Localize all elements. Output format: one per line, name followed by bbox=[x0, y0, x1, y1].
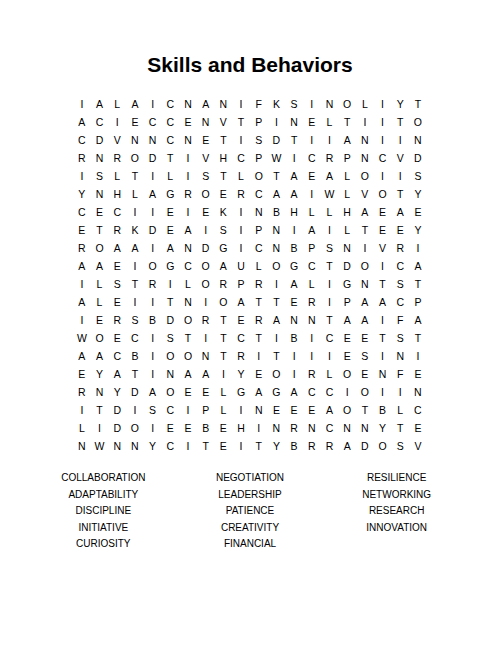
grid-cell-r20c18[interactable]: O bbox=[374, 437, 392, 455]
grid-cell-r11c4[interactable]: T bbox=[126, 275, 144, 293]
grid-cell-r7c7[interactable]: I bbox=[179, 203, 197, 221]
grid-cell-r7c11[interactable]: N bbox=[250, 203, 268, 221]
grid-cell-r14c12[interactable]: I bbox=[268, 329, 286, 347]
grid-cell-r16c3[interactable]: A bbox=[108, 365, 126, 383]
grid-cell-r7c14[interactable]: L bbox=[303, 203, 321, 221]
grid-cell-r11c14[interactable]: L bbox=[303, 275, 321, 293]
grid-cell-r6c15[interactable]: W bbox=[321, 185, 339, 203]
grid-cell-r8c12[interactable]: N bbox=[268, 221, 286, 239]
grid-cell-r17c19[interactable]: I bbox=[391, 383, 409, 401]
grid-cell-r15c5[interactable]: I bbox=[144, 347, 162, 365]
grid-cell-r20c19[interactable]: S bbox=[391, 437, 409, 455]
grid-cell-r19c13[interactable]: R bbox=[285, 419, 303, 437]
grid-cell-r20c15[interactable]: R bbox=[321, 437, 339, 455]
grid-cell-r6c20[interactable]: Y bbox=[409, 185, 427, 203]
grid-cell-r18c11[interactable]: N bbox=[250, 401, 268, 419]
grid-cell-r16c17[interactable]: E bbox=[356, 365, 374, 383]
grid-cell-r12c6[interactable]: T bbox=[161, 293, 179, 311]
grid-cell-r1c13[interactable]: S bbox=[285, 95, 303, 113]
grid-cell-r9c10[interactable]: I bbox=[232, 239, 250, 257]
grid-cell-r7c2[interactable]: E bbox=[91, 203, 109, 221]
grid-cell-r14c15[interactable]: C bbox=[321, 329, 339, 347]
grid-cell-r20c4[interactable]: N bbox=[126, 437, 144, 455]
grid-cell-r13c5[interactable]: B bbox=[144, 311, 162, 329]
grid-cell-r10c1[interactable]: A bbox=[73, 257, 91, 275]
grid-cell-r9c5[interactable]: I bbox=[144, 239, 162, 257]
grid-cell-r2c12[interactable]: I bbox=[268, 113, 286, 131]
grid-cell-r7c13[interactable]: H bbox=[285, 203, 303, 221]
grid-cell-r14c16[interactable]: E bbox=[338, 329, 356, 347]
grid-cell-r20c11[interactable]: T bbox=[250, 437, 268, 455]
grid-cell-r10c17[interactable]: O bbox=[356, 257, 374, 275]
grid-cell-r17c1[interactable]: R bbox=[73, 383, 91, 401]
grid-cell-r20c5[interactable]: Y bbox=[144, 437, 162, 455]
grid-cell-r6c11[interactable]: C bbox=[250, 185, 268, 203]
grid-cell-r18c9[interactable]: L bbox=[215, 401, 233, 419]
grid-cell-r6c14[interactable]: I bbox=[303, 185, 321, 203]
grid-cell-r16c15[interactable]: L bbox=[321, 365, 339, 383]
grid-cell-r15c9[interactable]: T bbox=[215, 347, 233, 365]
grid-cell-r12c17[interactable]: A bbox=[356, 293, 374, 311]
grid-cell-r2c5[interactable]: C bbox=[144, 113, 162, 131]
grid-cell-r2c9[interactable]: V bbox=[215, 113, 233, 131]
grid-cell-r8c13[interactable]: I bbox=[285, 221, 303, 239]
grid-cell-r13c6[interactable]: D bbox=[161, 311, 179, 329]
grid-cell-r11c5[interactable]: R bbox=[144, 275, 162, 293]
grid-cell-r4c3[interactable]: R bbox=[108, 149, 126, 167]
grid-cell-r10c2[interactable]: A bbox=[91, 257, 109, 275]
grid-cell-r19c12[interactable]: N bbox=[268, 419, 286, 437]
grid-cell-r17c15[interactable]: C bbox=[321, 383, 339, 401]
grid-cell-r8c14[interactable]: A bbox=[303, 221, 321, 239]
grid-cell-r13c12[interactable]: A bbox=[268, 311, 286, 329]
grid-cell-r2c2[interactable]: C bbox=[91, 113, 109, 131]
grid-cell-r4c8[interactable]: V bbox=[197, 149, 215, 167]
grid-cell-r2c18[interactable]: I bbox=[374, 113, 392, 131]
grid-cell-r12c18[interactable]: A bbox=[374, 293, 392, 311]
grid-cell-r3c2[interactable]: D bbox=[91, 131, 109, 149]
grid-cell-r7c19[interactable]: A bbox=[391, 203, 409, 221]
grid-cell-r12c16[interactable]: P bbox=[338, 293, 356, 311]
grid-cell-r2c17[interactable]: I bbox=[356, 113, 374, 131]
grid-cell-r15c18[interactable]: I bbox=[374, 347, 392, 365]
grid-cell-r5c13[interactable]: A bbox=[285, 167, 303, 185]
grid-cell-r4c1[interactable]: R bbox=[73, 149, 91, 167]
grid-cell-r16c7[interactable]: A bbox=[179, 365, 197, 383]
grid-cell-r8c9[interactable]: S bbox=[215, 221, 233, 239]
grid-cell-r5c12[interactable]: T bbox=[268, 167, 286, 185]
grid-cell-r19c3[interactable]: D bbox=[108, 419, 126, 437]
grid-cell-r8c5[interactable]: D bbox=[144, 221, 162, 239]
grid-cell-r12c2[interactable]: L bbox=[91, 293, 109, 311]
grid-cell-r20c12[interactable]: Y bbox=[268, 437, 286, 455]
grid-cell-r4c19[interactable]: V bbox=[391, 149, 409, 167]
grid-cell-r15c6[interactable]: O bbox=[161, 347, 179, 365]
grid-cell-r4c18[interactable]: C bbox=[374, 149, 392, 167]
grid-cell-r15c7[interactable]: O bbox=[179, 347, 197, 365]
grid-cell-r7c12[interactable]: B bbox=[268, 203, 286, 221]
grid-cell-r16c4[interactable]: T bbox=[126, 365, 144, 383]
grid-cell-r7c9[interactable]: K bbox=[215, 203, 233, 221]
grid-cell-r18c19[interactable]: L bbox=[391, 401, 409, 419]
grid-cell-r1c11[interactable]: F bbox=[250, 95, 268, 113]
grid-cell-r2c6[interactable]: C bbox=[161, 113, 179, 131]
grid-cell-r19c19[interactable]: T bbox=[391, 419, 409, 437]
grid-cell-r20c9[interactable]: E bbox=[215, 437, 233, 455]
grid-cell-r14c9[interactable]: T bbox=[215, 329, 233, 347]
grid-cell-r9c16[interactable]: N bbox=[338, 239, 356, 257]
grid-cell-r17c13[interactable]: A bbox=[285, 383, 303, 401]
grid-cell-r15c4[interactable]: B bbox=[126, 347, 144, 365]
grid-cell-r3c13[interactable]: T bbox=[285, 131, 303, 149]
grid-cell-r12c3[interactable]: E bbox=[108, 293, 126, 311]
grid-cell-r10c10[interactable]: U bbox=[232, 257, 250, 275]
grid-cell-r2c7[interactable]: E bbox=[179, 113, 197, 131]
grid-cell-r19c8[interactable]: B bbox=[197, 419, 215, 437]
grid-cell-r15c14[interactable]: I bbox=[303, 347, 321, 365]
grid-cell-r4c7[interactable]: I bbox=[179, 149, 197, 167]
grid-cell-r9c6[interactable]: A bbox=[161, 239, 179, 257]
grid-cell-r8c16[interactable]: L bbox=[338, 221, 356, 239]
grid-cell-r3c10[interactable]: I bbox=[232, 131, 250, 149]
grid-cell-r4c17[interactable]: N bbox=[356, 149, 374, 167]
grid-cell-r8c4[interactable]: K bbox=[126, 221, 144, 239]
grid-cell-r8c11[interactable]: P bbox=[250, 221, 268, 239]
grid-cell-r5c16[interactable]: L bbox=[338, 167, 356, 185]
grid-cell-r2c11[interactable]: P bbox=[250, 113, 268, 131]
grid-cell-r19c7[interactable]: E bbox=[179, 419, 197, 437]
grid-cell-r17c18[interactable]: I bbox=[374, 383, 392, 401]
grid-cell-r9c12[interactable]: N bbox=[268, 239, 286, 257]
grid-cell-r3c8[interactable]: E bbox=[197, 131, 215, 149]
grid-cell-r4c6[interactable]: T bbox=[161, 149, 179, 167]
grid-cell-r12c8[interactable]: I bbox=[197, 293, 215, 311]
grid-cell-r15c2[interactable]: A bbox=[91, 347, 109, 365]
grid-cell-r5c8[interactable]: S bbox=[197, 167, 215, 185]
grid-cell-r2c15[interactable]: L bbox=[321, 113, 339, 131]
grid-cell-r4c14[interactable]: C bbox=[303, 149, 321, 167]
grid-cell-r13c18[interactable]: I bbox=[374, 311, 392, 329]
grid-cell-r19c18[interactable]: Y bbox=[374, 419, 392, 437]
grid-cell-r14c11[interactable]: T bbox=[250, 329, 268, 347]
grid-cell-r6c16[interactable]: L bbox=[338, 185, 356, 203]
grid-cell-r18c16[interactable]: O bbox=[338, 401, 356, 419]
grid-cell-r6c4[interactable]: L bbox=[126, 185, 144, 203]
grid-cell-r1c17[interactable]: L bbox=[356, 95, 374, 113]
grid-cell-r3c14[interactable]: I bbox=[303, 131, 321, 149]
grid-cell-r11c18[interactable]: T bbox=[374, 275, 392, 293]
grid-cell-r19c17[interactable]: N bbox=[356, 419, 374, 437]
grid-cell-r16c2[interactable]: Y bbox=[91, 365, 109, 383]
grid-cell-r19c16[interactable]: N bbox=[338, 419, 356, 437]
grid-cell-r20c2[interactable]: W bbox=[91, 437, 109, 455]
grid-cell-r19c20[interactable]: E bbox=[409, 419, 427, 437]
grid-cell-r19c5[interactable]: I bbox=[144, 419, 162, 437]
grid-cell-r11c16[interactable]: G bbox=[338, 275, 356, 293]
grid-cell-r5c4[interactable]: T bbox=[126, 167, 144, 185]
grid-cell-r20c1[interactable]: N bbox=[73, 437, 91, 455]
grid-cell-r4c20[interactable]: D bbox=[409, 149, 427, 167]
grid-cell-r4c9[interactable]: H bbox=[215, 149, 233, 167]
grid-cell-r9c1[interactable]: R bbox=[73, 239, 91, 257]
grid-cell-r16c6[interactable]: N bbox=[161, 365, 179, 383]
grid-cell-r2c1[interactable]: A bbox=[73, 113, 91, 131]
grid-cell-r10c5[interactable]: O bbox=[144, 257, 162, 275]
grid-cell-r11c3[interactable]: S bbox=[108, 275, 126, 293]
grid-cell-r16c1[interactable]: E bbox=[73, 365, 91, 383]
grid-cell-r20c14[interactable]: R bbox=[303, 437, 321, 455]
grid-cell-r18c13[interactable]: E bbox=[285, 401, 303, 419]
grid-cell-r14c7[interactable]: T bbox=[179, 329, 197, 347]
grid-cell-r14c14[interactable]: I bbox=[303, 329, 321, 347]
grid-cell-r7c4[interactable]: I bbox=[126, 203, 144, 221]
grid-cell-r9c13[interactable]: B bbox=[285, 239, 303, 257]
grid-cell-r10c16[interactable]: D bbox=[338, 257, 356, 275]
grid-cell-r18c4[interactable]: I bbox=[126, 401, 144, 419]
grid-cell-r5c19[interactable]: I bbox=[391, 167, 409, 185]
grid-cell-r15c12[interactable]: T bbox=[268, 347, 286, 365]
grid-cell-r19c4[interactable]: O bbox=[126, 419, 144, 437]
grid-cell-r11c12[interactable]: I bbox=[268, 275, 286, 293]
grid-cell-r14c20[interactable]: T bbox=[409, 329, 427, 347]
grid-cell-r3c5[interactable]: N bbox=[144, 131, 162, 149]
grid-cell-r12c12[interactable]: T bbox=[268, 293, 286, 311]
grid-cell-r15c11[interactable]: I bbox=[250, 347, 268, 365]
grid-cell-r12c15[interactable]: I bbox=[321, 293, 339, 311]
grid-cell-r9c8[interactable]: D bbox=[197, 239, 215, 257]
grid-cell-r14c3[interactable]: E bbox=[108, 329, 126, 347]
grid-cell-r8c19[interactable]: E bbox=[391, 221, 409, 239]
grid-cell-r10c20[interactable]: A bbox=[409, 257, 427, 275]
grid-cell-r11c11[interactable]: R bbox=[250, 275, 268, 293]
grid-cell-r12c9[interactable]: O bbox=[215, 293, 233, 311]
grid-cell-r9c20[interactable]: I bbox=[409, 239, 427, 257]
grid-cell-r16c11[interactable]: E bbox=[250, 365, 268, 383]
grid-cell-r2c4[interactable]: E bbox=[126, 113, 144, 131]
grid-cell-r2c14[interactable]: E bbox=[303, 113, 321, 131]
grid-cell-r8c2[interactable]: T bbox=[91, 221, 109, 239]
grid-cell-r6c13[interactable]: A bbox=[285, 185, 303, 203]
grid-cell-r2c20[interactable]: O bbox=[409, 113, 427, 131]
grid-cell-r15c8[interactable]: N bbox=[197, 347, 215, 365]
grid-cell-r12c10[interactable]: A bbox=[232, 293, 250, 311]
grid-cell-r12c11[interactable]: T bbox=[250, 293, 268, 311]
grid-cell-r20c10[interactable]: I bbox=[232, 437, 250, 455]
grid-cell-r9c15[interactable]: S bbox=[321, 239, 339, 257]
grid-cell-r8c7[interactable]: A bbox=[179, 221, 197, 239]
grid-cell-r17c8[interactable]: E bbox=[197, 383, 215, 401]
grid-cell-r9c11[interactable]: C bbox=[250, 239, 268, 257]
grid-cell-r6c6[interactable]: G bbox=[161, 185, 179, 203]
grid-cell-r7c1[interactable]: C bbox=[73, 203, 91, 221]
grid-cell-r10c3[interactable]: E bbox=[108, 257, 126, 275]
grid-cell-r9c7[interactable]: N bbox=[179, 239, 197, 257]
grid-cell-r7c18[interactable]: E bbox=[374, 203, 392, 221]
grid-cell-r7c15[interactable]: L bbox=[321, 203, 339, 221]
grid-cell-r20c16[interactable]: A bbox=[338, 437, 356, 455]
grid-cell-r5c2[interactable]: S bbox=[91, 167, 109, 185]
grid-cell-r1c18[interactable]: I bbox=[374, 95, 392, 113]
grid-cell-r13c14[interactable]: N bbox=[303, 311, 321, 329]
grid-cell-r16c16[interactable]: O bbox=[338, 365, 356, 383]
grid-cell-r1c5[interactable]: I bbox=[144, 95, 162, 113]
grid-cell-r18c3[interactable]: D bbox=[108, 401, 126, 419]
grid-cell-r15c10[interactable]: R bbox=[232, 347, 250, 365]
grid-cell-r14c19[interactable]: S bbox=[391, 329, 409, 347]
grid-cell-r1c2[interactable]: A bbox=[91, 95, 109, 113]
grid-cell-r5c18[interactable]: I bbox=[374, 167, 392, 185]
grid-cell-r1c1[interactable]: I bbox=[73, 95, 91, 113]
grid-cell-r13c10[interactable]: E bbox=[232, 311, 250, 329]
grid-cell-r13c16[interactable]: A bbox=[338, 311, 356, 329]
grid-cell-r4c2[interactable]: N bbox=[91, 149, 109, 167]
grid-cell-r12c20[interactable]: P bbox=[409, 293, 427, 311]
grid-cell-r13c7[interactable]: O bbox=[179, 311, 197, 329]
grid-cell-r6c18[interactable]: O bbox=[374, 185, 392, 203]
grid-cell-r10c4[interactable]: I bbox=[126, 257, 144, 275]
grid-cell-r5c15[interactable]: A bbox=[321, 167, 339, 185]
grid-cell-r4c13[interactable]: I bbox=[285, 149, 303, 167]
grid-cell-r1c8[interactable]: A bbox=[197, 95, 215, 113]
grid-cell-r3c9[interactable]: T bbox=[215, 131, 233, 149]
grid-cell-r13c4[interactable]: S bbox=[126, 311, 144, 329]
grid-cell-r1c7[interactable]: N bbox=[179, 95, 197, 113]
grid-cell-r5c11[interactable]: O bbox=[250, 167, 268, 185]
grid-cell-r18c2[interactable]: T bbox=[91, 401, 109, 419]
grid-cell-r2c3[interactable]: I bbox=[108, 113, 126, 131]
grid-cell-r6c7[interactable]: R bbox=[179, 185, 197, 203]
grid-cell-r19c1[interactable]: L bbox=[73, 419, 91, 437]
grid-cell-r5c17[interactable]: O bbox=[356, 167, 374, 185]
grid-cell-r18c10[interactable]: I bbox=[232, 401, 250, 419]
grid-cell-r3c20[interactable]: N bbox=[409, 131, 427, 149]
grid-cell-r2c16[interactable]: T bbox=[338, 113, 356, 131]
grid-cell-r4c4[interactable]: O bbox=[126, 149, 144, 167]
grid-cell-r6c8[interactable]: O bbox=[197, 185, 215, 203]
grid-cell-r6c19[interactable]: T bbox=[391, 185, 409, 203]
grid-cell-r19c9[interactable]: E bbox=[215, 419, 233, 437]
grid-cell-r9c18[interactable]: V bbox=[374, 239, 392, 257]
grid-cell-r3c16[interactable]: A bbox=[338, 131, 356, 149]
grid-cell-r20c8[interactable]: T bbox=[197, 437, 215, 455]
grid-cell-r7c20[interactable]: E bbox=[409, 203, 427, 221]
grid-cell-r10c15[interactable]: T bbox=[321, 257, 339, 275]
grid-cell-r5c14[interactable]: E bbox=[303, 167, 321, 185]
grid-cell-r12c1[interactable]: A bbox=[73, 293, 91, 311]
grid-cell-r10c11[interactable]: L bbox=[250, 257, 268, 275]
grid-cell-r7c8[interactable]: E bbox=[197, 203, 215, 221]
grid-cell-r12c4[interactable]: I bbox=[126, 293, 144, 311]
grid-cell-r3c12[interactable]: D bbox=[268, 131, 286, 149]
grid-cell-r9c19[interactable]: R bbox=[391, 239, 409, 257]
grid-cell-r3c18[interactable]: I bbox=[374, 131, 392, 149]
grid-cell-r11c17[interactable]: N bbox=[356, 275, 374, 293]
grid-cell-r6c9[interactable]: E bbox=[215, 185, 233, 203]
grid-cell-r20c17[interactable]: D bbox=[356, 437, 374, 455]
grid-cell-r16c14[interactable]: R bbox=[303, 365, 321, 383]
grid-cell-r16c13[interactable]: I bbox=[285, 365, 303, 383]
grid-cell-r4c15[interactable]: R bbox=[321, 149, 339, 167]
grid-cell-r6c10[interactable]: R bbox=[232, 185, 250, 203]
grid-cell-r3c4[interactable]: N bbox=[126, 131, 144, 149]
grid-cell-r11c9[interactable]: R bbox=[215, 275, 233, 293]
grid-cell-r14c1[interactable]: W bbox=[73, 329, 91, 347]
grid-cell-r5c6[interactable]: L bbox=[161, 167, 179, 185]
grid-cell-r18c6[interactable]: C bbox=[161, 401, 179, 419]
grid-cell-r7c3[interactable]: C bbox=[108, 203, 126, 221]
grid-cell-r18c20[interactable]: C bbox=[409, 401, 427, 419]
grid-cell-r20c6[interactable]: C bbox=[161, 437, 179, 455]
grid-cell-r4c12[interactable]: W bbox=[268, 149, 286, 167]
grid-cell-r17c7[interactable]: E bbox=[179, 383, 197, 401]
grid-cell-r7c10[interactable]: I bbox=[232, 203, 250, 221]
grid-cell-r17c11[interactable]: A bbox=[250, 383, 268, 401]
grid-cell-r8c3[interactable]: R bbox=[108, 221, 126, 239]
grid-cell-r14c2[interactable]: O bbox=[91, 329, 109, 347]
grid-cell-r13c3[interactable]: R bbox=[108, 311, 126, 329]
grid-cell-r17c4[interactable]: D bbox=[126, 383, 144, 401]
grid-cell-r16c9[interactable]: I bbox=[215, 365, 233, 383]
grid-cell-r1c4[interactable]: A bbox=[126, 95, 144, 113]
grid-cell-r19c10[interactable]: H bbox=[232, 419, 250, 437]
grid-cell-r14c17[interactable]: E bbox=[356, 329, 374, 347]
grid-cell-r16c10[interactable]: Y bbox=[232, 365, 250, 383]
grid-cell-r17c9[interactable]: L bbox=[215, 383, 233, 401]
grid-cell-r14c18[interactable]: T bbox=[374, 329, 392, 347]
grid-cell-r1c15[interactable]: N bbox=[321, 95, 339, 113]
grid-cell-r12c5[interactable]: I bbox=[144, 293, 162, 311]
grid-cell-r5c5[interactable]: I bbox=[144, 167, 162, 185]
grid-cell-r6c12[interactable]: A bbox=[268, 185, 286, 203]
grid-cell-r15c1[interactable]: A bbox=[73, 347, 91, 365]
grid-cell-r18c7[interactable]: I bbox=[179, 401, 197, 419]
grid-cell-r15c17[interactable]: S bbox=[356, 347, 374, 365]
grid-cell-r14c4[interactable]: C bbox=[126, 329, 144, 347]
grid-cell-r5c10[interactable]: L bbox=[232, 167, 250, 185]
grid-cell-r6c1[interactable]: Y bbox=[73, 185, 91, 203]
grid-cell-r5c1[interactable]: I bbox=[73, 167, 91, 185]
grid-cell-r8c8[interactable]: I bbox=[197, 221, 215, 239]
grid-cell-r11c20[interactable]: T bbox=[409, 275, 427, 293]
grid-cell-r10c6[interactable]: G bbox=[161, 257, 179, 275]
grid-cell-r2c10[interactable]: T bbox=[232, 113, 250, 131]
grid-cell-r11c10[interactable]: P bbox=[232, 275, 250, 293]
grid-cell-r4c16[interactable]: P bbox=[338, 149, 356, 167]
grid-cell-r4c5[interactable]: D bbox=[144, 149, 162, 167]
grid-cell-r13c13[interactable]: N bbox=[285, 311, 303, 329]
grid-cell-r11c2[interactable]: L bbox=[91, 275, 109, 293]
grid-cell-r5c20[interactable]: S bbox=[409, 167, 427, 185]
grid-cell-r8c17[interactable]: T bbox=[356, 221, 374, 239]
grid-cell-r8c1[interactable]: E bbox=[73, 221, 91, 239]
grid-cell-r1c9[interactable]: N bbox=[215, 95, 233, 113]
grid-cell-r12c19[interactable]: C bbox=[391, 293, 409, 311]
grid-cell-r11c19[interactable]: S bbox=[391, 275, 409, 293]
grid-cell-r15c20[interactable]: I bbox=[409, 347, 427, 365]
grid-cell-r14c13[interactable]: B bbox=[285, 329, 303, 347]
grid-cell-r15c15[interactable]: I bbox=[321, 347, 339, 365]
grid-cell-r7c17[interactable]: A bbox=[356, 203, 374, 221]
grid-cell-r9c2[interactable]: O bbox=[91, 239, 109, 257]
grid-cell-r4c10[interactable]: C bbox=[232, 149, 250, 167]
grid-cell-r13c17[interactable]: A bbox=[356, 311, 374, 329]
grid-cell-r17c5[interactable]: A bbox=[144, 383, 162, 401]
grid-cell-r8c10[interactable]: I bbox=[232, 221, 250, 239]
grid-cell-r6c2[interactable]: N bbox=[91, 185, 109, 203]
grid-cell-r2c8[interactable]: N bbox=[197, 113, 215, 131]
grid-cell-r13c15[interactable]: T bbox=[321, 311, 339, 329]
grid-cell-r16c5[interactable]: I bbox=[144, 365, 162, 383]
